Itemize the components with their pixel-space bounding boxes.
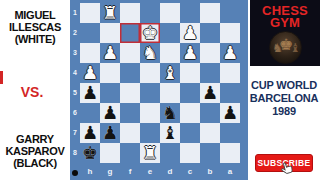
square-b4[interactable] — [200, 63, 220, 83]
square-g2[interactable] — [100, 23, 120, 43]
square-e4[interactable] — [140, 63, 160, 83]
piece-white-pawn: ♟ — [100, 43, 120, 63]
square-c8[interactable] — [180, 143, 200, 163]
piece-white-pawn: ♟ — [180, 43, 200, 63]
black-player-line: (BLACK) — [0, 157, 70, 169]
square-c4[interactable] — [180, 63, 200, 83]
square-a7[interactable] — [220, 123, 240, 143]
file-label-c: c — [180, 165, 200, 178]
piece-white-king: ♚ — [140, 23, 160, 43]
file-label-h: h — [80, 165, 100, 178]
white-player-name: MIGUEL ILLESCAS (WHITE) — [0, 9, 70, 45]
square-e2[interactable]: ♚ — [140, 23, 160, 43]
logo-bishop-icon: ♝ — [290, 42, 301, 54]
piece-black-pawn: ♟ — [80, 83, 100, 103]
square-f5[interactable] — [120, 83, 140, 103]
white-player-line: (WHITE) — [0, 33, 70, 45]
square-d6[interactable]: ♞ — [160, 103, 180, 123]
square-f7[interactable] — [120, 123, 140, 143]
piece-black-pawn: ♟ — [100, 123, 120, 143]
square-h2[interactable] — [80, 23, 100, 43]
square-d7[interactable]: ♝ — [160, 123, 180, 143]
square-g8[interactable] — [100, 143, 120, 163]
square-d8[interactable] — [160, 143, 180, 163]
left-edge-accent — [0, 71, 3, 84]
file-label-g: g — [100, 165, 120, 178]
black-player-line: GARRY — [0, 133, 70, 145]
rank-label-8: 8 — [70, 143, 80, 163]
square-g3[interactable]: ♟ — [100, 43, 120, 63]
square-e6[interactable] — [140, 103, 160, 123]
rank-label-6: 6 — [70, 103, 80, 123]
rank-label-1: 1 — [70, 3, 80, 23]
square-h7[interactable]: ♟ — [80, 123, 100, 143]
square-g1[interactable]: ♜ — [100, 3, 120, 23]
square-b3[interactable] — [200, 43, 220, 63]
square-h5[interactable]: ♟ — [80, 83, 100, 103]
square-h4[interactable]: ♟ — [80, 63, 100, 83]
piece-black-pawn: ♟ — [220, 103, 240, 123]
piece-white-bishop: ♝ — [160, 63, 180, 83]
square-c2[interactable]: ♟ — [180, 23, 200, 43]
piece-black-bishop: ♝ — [160, 123, 180, 143]
square-f2[interactable] — [120, 23, 140, 43]
chess-board-frame: 12345678 ♜♚♟♟♞♟♟♟♝♟♟♟♞♟♟♟♝♚♜ hgfedcba — [70, 0, 248, 180]
piece-black-pawn: ♟ — [80, 123, 100, 143]
square-h8[interactable]: ♚ — [80, 143, 100, 163]
players-panel: MIGUEL ILLESCAS (WHITE) VS. GARRY KASPAR… — [0, 0, 70, 180]
square-d5[interactable] — [160, 83, 180, 103]
file-labels: hgfedcba — [80, 165, 240, 178]
black-to-move-indicator-dot — [72, 170, 78, 176]
square-g5[interactable] — [100, 83, 120, 103]
versus-label: VS. — [0, 84, 64, 100]
file-label-a: a — [220, 165, 240, 178]
white-player-line: ILLESCAS — [0, 21, 70, 33]
square-b6[interactable] — [200, 103, 220, 123]
file-label-b: b — [200, 165, 220, 178]
square-h1[interactable] — [80, 3, 100, 23]
square-e1[interactable] — [140, 3, 160, 23]
square-e5[interactable] — [140, 83, 160, 103]
square-d1[interactable] — [160, 3, 180, 23]
event-line: 1989 — [248, 105, 320, 118]
square-f3[interactable] — [120, 43, 140, 63]
square-b5[interactable]: ♟ — [200, 83, 220, 103]
square-g6[interactable]: ♟ — [100, 103, 120, 123]
white-player-line: MIGUEL — [0, 9, 70, 21]
square-c7[interactable] — [180, 123, 200, 143]
piece-white-pawn: ♟ — [80, 63, 100, 83]
square-g4[interactable] — [100, 63, 120, 83]
square-c1[interactable] — [180, 3, 200, 23]
black-player-name: GARRY KASPAROV (BLACK) — [0, 133, 70, 169]
channel-brand-block: CHESS GYM ♞ ♚ ♝ — [250, 0, 320, 66]
chess-board[interactable]: ♜♚♟♟♞♟♟♟♝♟♟♟♞♟♟♟♝♚♜ — [80, 3, 240, 163]
piece-black-pawn: ♟ — [100, 103, 120, 123]
event-line: BARCELONA — [248, 92, 320, 105]
square-c3[interactable]: ♟ — [180, 43, 200, 63]
square-a1[interactable] — [220, 3, 240, 23]
square-b7[interactable] — [200, 123, 220, 143]
channel-name-line: GYM — [250, 17, 320, 29]
file-label-e: e — [140, 165, 160, 178]
piece-white-rook: ♜ — [100, 3, 120, 23]
rank-label-3: 3 — [70, 43, 80, 63]
square-f8[interactable] — [120, 143, 140, 163]
square-a3[interactable]: ♟ — [220, 43, 240, 63]
file-label-f: f — [120, 165, 140, 178]
square-e8[interactable]: ♜ — [140, 143, 160, 163]
rank-label-4: 4 — [70, 63, 80, 83]
video-thumbnail: MIGUEL ILLESCAS (WHITE) VS. GARRY KASPAR… — [0, 0, 320, 180]
rank-labels: 12345678 — [70, 3, 80, 163]
square-f1[interactable] — [120, 3, 140, 23]
piece-white-knight: ♞ — [140, 43, 160, 63]
square-f6[interactable] — [120, 103, 140, 123]
square-f4[interactable] — [120, 63, 140, 83]
square-b1[interactable] — [200, 3, 220, 23]
square-d2[interactable] — [160, 23, 180, 43]
square-b8[interactable] — [200, 143, 220, 163]
square-a2[interactable] — [220, 23, 240, 43]
piece-white-rook: ♜ — [140, 143, 160, 163]
piece-black-knight: ♞ — [160, 103, 180, 123]
square-a5[interactable] — [220, 83, 240, 103]
square-h6[interactable] — [80, 103, 100, 123]
rank-label-2: 2 — [70, 23, 80, 43]
channel-logo-icon: ♞ ♚ ♝ — [269, 31, 302, 64]
square-a4[interactable] — [220, 63, 240, 83]
square-a8[interactable] — [220, 143, 240, 163]
piece-black-king: ♚ — [80, 143, 100, 163]
channel-panel: CHESS GYM ♞ ♚ ♝ CUP WORLD BARCELONA 1989… — [248, 0, 320, 180]
rank-label-5: 5 — [70, 83, 80, 103]
file-label-d: d — [160, 165, 180, 178]
rank-label-7: 7 — [70, 123, 80, 143]
square-h3[interactable] — [80, 43, 100, 63]
square-a6[interactable]: ♟ — [220, 103, 240, 123]
piece-white-pawn: ♟ — [180, 23, 200, 43]
event-line: CUP WORLD — [248, 79, 320, 92]
black-player-line: KASPAROV — [0, 145, 70, 157]
square-c6[interactable] — [180, 103, 200, 123]
event-title: CUP WORLD BARCELONA 1989 — [248, 79, 320, 118]
piece-white-pawn: ♟ — [220, 43, 240, 63]
square-e7[interactable] — [140, 123, 160, 143]
channel-name: CHESS GYM — [250, 5, 320, 29]
piece-black-pawn: ♟ — [200, 83, 220, 103]
square-d4[interactable]: ♝ — [160, 63, 180, 83]
square-g7[interactable]: ♟ — [100, 123, 120, 143]
square-d3[interactable] — [160, 43, 180, 63]
square-c5[interactable] — [180, 83, 200, 103]
square-e3[interactable]: ♞ — [140, 43, 160, 63]
square-b2[interactable] — [200, 23, 220, 43]
